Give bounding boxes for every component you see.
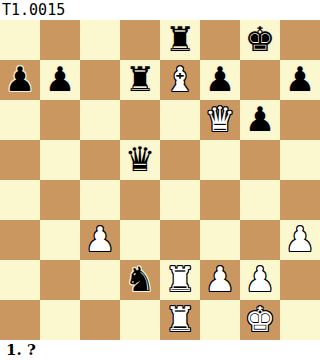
black-rook-icon: ♜: [125, 60, 155, 99]
white-queen-icon: ♛: [205, 100, 235, 139]
square-h2[interactable]: [280, 260, 320, 300]
black-pawn-icon: ♟: [205, 60, 235, 99]
black-pawn-icon: ♟: [245, 100, 275, 139]
square-d8[interactable]: [120, 20, 160, 60]
square-e2[interactable]: ♜: [160, 260, 200, 300]
move-prompt: 1. ?: [0, 340, 36, 360]
square-e4[interactable]: [160, 180, 200, 220]
square-e3[interactable]: [160, 220, 200, 260]
move-prompt-bar: 1. ?: [0, 340, 320, 360]
white-pawn-icon: ♟: [205, 260, 235, 299]
square-h7[interactable]: ♟: [280, 60, 320, 100]
square-g2[interactable]: ♟: [240, 260, 280, 300]
square-g4[interactable]: [240, 180, 280, 220]
white-king-icon: ♚: [245, 300, 275, 339]
square-h6[interactable]: [280, 100, 320, 140]
square-a2[interactable]: [0, 260, 40, 300]
square-f3[interactable]: [200, 220, 240, 260]
square-d7[interactable]: ♜: [120, 60, 160, 100]
square-f6[interactable]: ♛: [200, 100, 240, 140]
square-d5[interactable]: ♛: [120, 140, 160, 180]
square-f2[interactable]: ♟: [200, 260, 240, 300]
square-f7[interactable]: ♟: [200, 60, 240, 100]
white-rook-icon: ♜: [165, 300, 195, 339]
square-c7[interactable]: [80, 60, 120, 100]
white-rook-icon: ♜: [165, 260, 195, 299]
square-g7[interactable]: [240, 60, 280, 100]
square-c3[interactable]: ♟: [80, 220, 120, 260]
puzzle-title-bar: T1.0015: [0, 0, 320, 20]
square-b4[interactable]: [40, 180, 80, 220]
square-a1[interactable]: [0, 300, 40, 340]
white-pawn-icon: ♟: [245, 260, 275, 299]
square-b1[interactable]: [40, 300, 80, 340]
square-b7[interactable]: ♟: [40, 60, 80, 100]
square-d4[interactable]: [120, 180, 160, 220]
black-rook-icon: ♜: [165, 20, 195, 59]
square-c6[interactable]: [80, 100, 120, 140]
square-d2[interactable]: ♞: [120, 260, 160, 300]
square-c8[interactable]: [80, 20, 120, 60]
square-h8[interactable]: [280, 20, 320, 60]
square-g5[interactable]: [240, 140, 280, 180]
square-d3[interactable]: [120, 220, 160, 260]
square-g8[interactable]: ♚: [240, 20, 280, 60]
square-a7[interactable]: ♟: [0, 60, 40, 100]
square-e7[interactable]: ♝: [160, 60, 200, 100]
white-pawn-icon: ♟: [85, 220, 115, 259]
black-queen-icon: ♛: [125, 140, 155, 179]
chess-puzzle-window: T1.0015 ♜♚♟♟♜♝♟♟♛♟♛♟♟♞♜♟♟♜♚ 1. ?: [0, 0, 320, 360]
square-b2[interactable]: [40, 260, 80, 300]
square-h4[interactable]: [280, 180, 320, 220]
black-knight-icon: ♞: [125, 260, 155, 299]
square-g6[interactable]: ♟: [240, 100, 280, 140]
puzzle-id: T1.0015: [0, 0, 65, 20]
square-e6[interactable]: [160, 100, 200, 140]
square-h1[interactable]: [280, 300, 320, 340]
square-c2[interactable]: [80, 260, 120, 300]
square-b6[interactable]: [40, 100, 80, 140]
square-c5[interactable]: [80, 140, 120, 180]
square-b5[interactable]: [40, 140, 80, 180]
square-g3[interactable]: [240, 220, 280, 260]
square-a8[interactable]: [0, 20, 40, 60]
square-f1[interactable]: [200, 300, 240, 340]
square-c1[interactable]: [80, 300, 120, 340]
square-e5[interactable]: [160, 140, 200, 180]
square-h3[interactable]: ♟: [280, 220, 320, 260]
black-pawn-icon: ♟: [285, 60, 315, 99]
square-h5[interactable]: [280, 140, 320, 180]
square-f4[interactable]: [200, 180, 240, 220]
square-c4[interactable]: [80, 180, 120, 220]
black-pawn-icon: ♟: [5, 60, 35, 99]
square-f8[interactable]: [200, 20, 240, 60]
chess-board: ♜♚♟♟♜♝♟♟♛♟♛♟♟♞♜♟♟♜♚: [0, 20, 320, 340]
black-king-icon: ♚: [245, 20, 275, 59]
square-f5[interactable]: [200, 140, 240, 180]
white-pawn-icon: ♟: [285, 220, 315, 259]
square-e1[interactable]: ♜: [160, 300, 200, 340]
black-pawn-icon: ♟: [45, 60, 75, 99]
square-e8[interactable]: ♜: [160, 20, 200, 60]
square-d6[interactable]: [120, 100, 160, 140]
square-a5[interactable]: [0, 140, 40, 180]
square-a3[interactable]: [0, 220, 40, 260]
square-a6[interactable]: [0, 100, 40, 140]
square-d1[interactable]: [120, 300, 160, 340]
square-b3[interactable]: [40, 220, 80, 260]
square-b8[interactable]: [40, 20, 80, 60]
square-a4[interactable]: [0, 180, 40, 220]
white-bishop-icon: ♝: [165, 60, 195, 99]
square-g1[interactable]: ♚: [240, 300, 280, 340]
